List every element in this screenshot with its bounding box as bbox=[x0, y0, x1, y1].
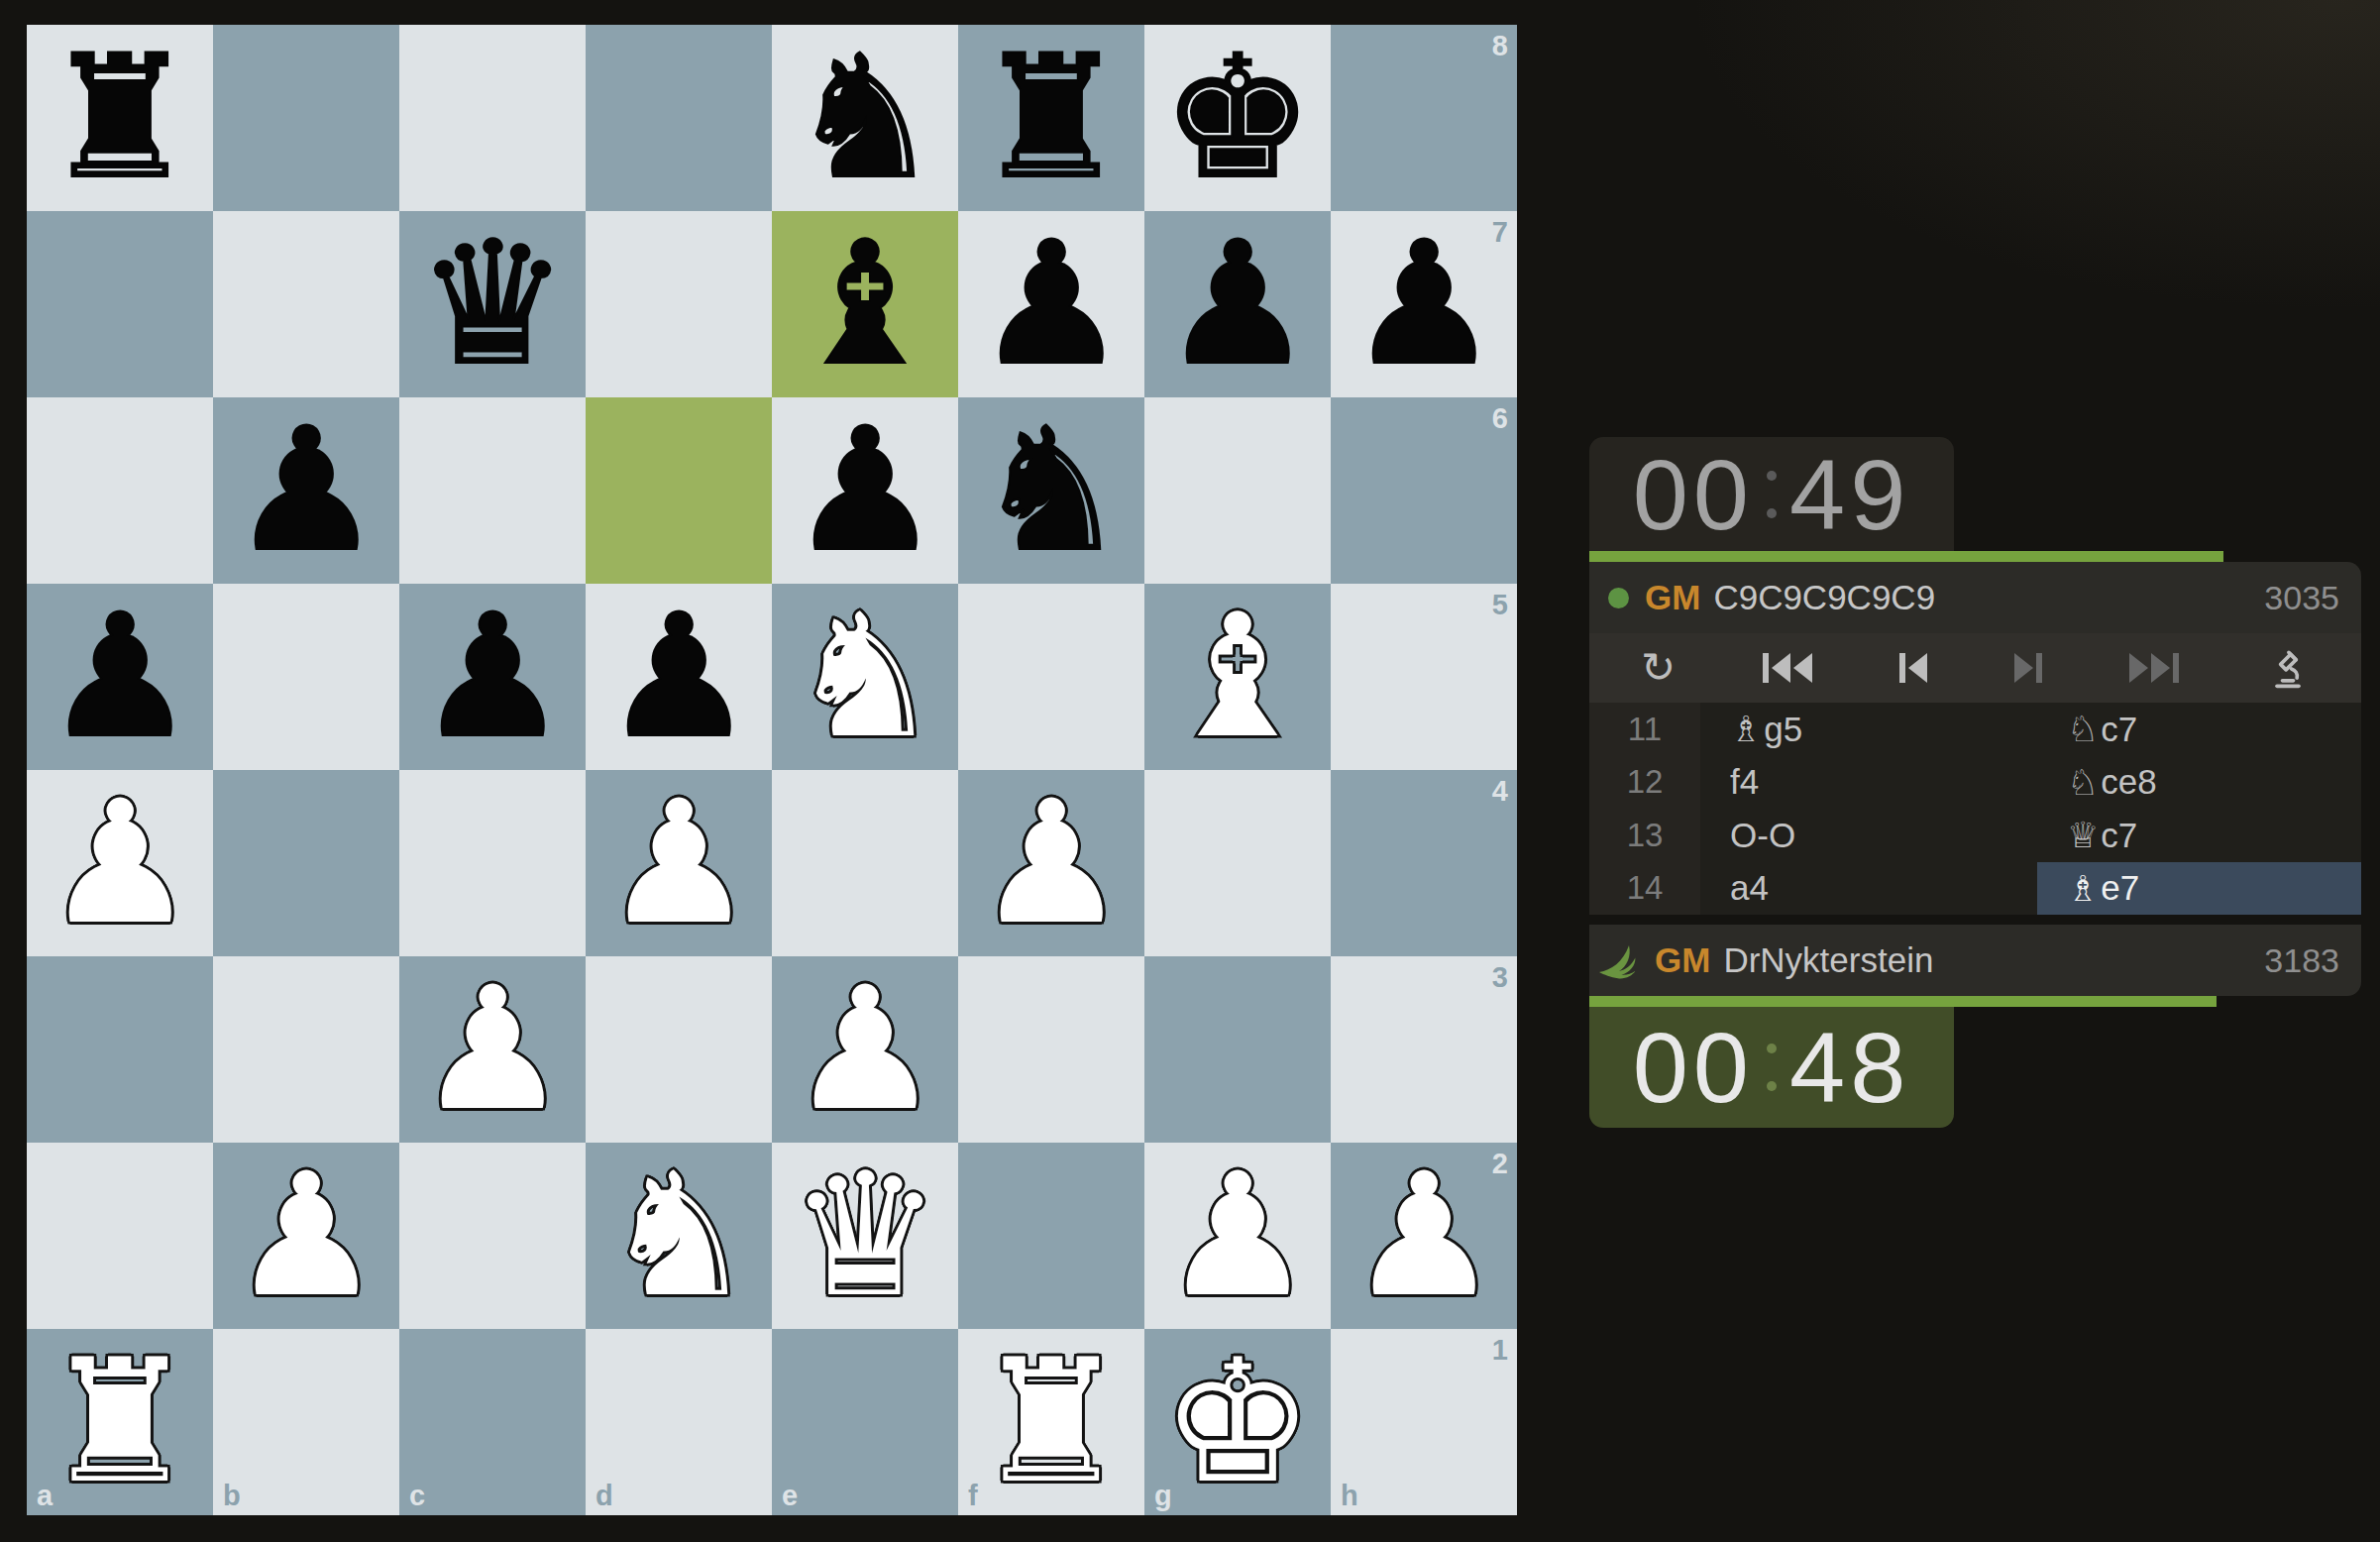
white-pawn-a4[interactable]: ♟ bbox=[27, 770, 213, 956]
top-player-clock: 00 49 bbox=[1589, 437, 1954, 552]
square-f1[interactable]: f♜ bbox=[958, 1329, 1144, 1515]
black-pawn-f7[interactable]: ♟ bbox=[958, 211, 1144, 397]
move-san: c7 bbox=[2101, 710, 2137, 749]
analysis-icon bbox=[2266, 646, 2310, 690]
square-e5[interactable]: ♞ bbox=[772, 584, 958, 770]
square-b8[interactable] bbox=[213, 25, 399, 211]
online-dot-icon bbox=[1608, 588, 1629, 608]
black-knight-f6[interactable]: ♞ bbox=[958, 397, 1144, 584]
move-san: O-O bbox=[1730, 816, 1795, 855]
top-player-time-bar bbox=[1589, 551, 2223, 562]
white-knight-d2[interactable]: ♞ bbox=[586, 1143, 772, 1329]
square-a4[interactable]: ♟ bbox=[27, 770, 213, 956]
move-row-12: 12f4♘ce8 bbox=[1589, 756, 2361, 810]
move-number-11: 11 bbox=[1589, 703, 1700, 756]
square-b2[interactable]: ♟ bbox=[213, 1143, 399, 1329]
black-pawn-g7[interactable]: ♟ bbox=[1144, 211, 1331, 397]
move-11-black[interactable]: ♘c7 bbox=[2037, 703, 2361, 756]
bottom-clock-seconds: 48 bbox=[1789, 1011, 1910, 1125]
bottom-player-name[interactable]: DrNykterstein bbox=[1723, 940, 1933, 980]
square-g5[interactable]: ♝ bbox=[1144, 584, 1331, 770]
square-g7[interactable]: ♟ bbox=[1144, 211, 1331, 397]
rank-label-1: 1 bbox=[1492, 1336, 1508, 1365]
square-g8[interactable]: ♚ bbox=[1144, 25, 1331, 211]
square-a6[interactable] bbox=[27, 397, 213, 584]
square-g2[interactable]: ♟ bbox=[1144, 1143, 1331, 1329]
move-number-14: 14 bbox=[1589, 862, 1700, 916]
next-move-icon bbox=[2014, 653, 2042, 683]
white-pawn-f4[interactable]: ♟ bbox=[958, 770, 1144, 956]
white-queen-e2[interactable]: ♛ bbox=[772, 1143, 958, 1329]
move-13-white[interactable]: O-O bbox=[1700, 809, 2037, 862]
square-d3[interactable] bbox=[586, 956, 772, 1143]
square-b7[interactable] bbox=[213, 211, 399, 397]
square-f8[interactable]: ♜ bbox=[958, 25, 1144, 211]
white-knight-e5[interactable]: ♞ bbox=[772, 584, 958, 770]
white-pawn-d4[interactable]: ♟ bbox=[586, 770, 772, 956]
previous-move-button[interactable] bbox=[1893, 647, 1933, 689]
square-b1[interactable]: b bbox=[213, 1329, 399, 1515]
move-row-13: 13O-O♕c7 bbox=[1589, 809, 2361, 862]
white-pawn-g2[interactable]: ♟ bbox=[1144, 1143, 1331, 1329]
black-pawn-d5[interactable]: ♟ bbox=[586, 584, 772, 770]
first-move-icon bbox=[1763, 653, 1812, 683]
move-san: c7 bbox=[2101, 816, 2137, 855]
square-e6[interactable]: ♟ bbox=[772, 397, 958, 584]
file-label-c: c bbox=[409, 1482, 425, 1510]
white-pawn-h2[interactable]: ♟ bbox=[1331, 1143, 1517, 1329]
square-a3[interactable] bbox=[27, 956, 213, 1143]
square-c6[interactable] bbox=[399, 397, 586, 584]
move-piece-glyph: ♘ bbox=[2067, 709, 2099, 749]
square-e4[interactable] bbox=[772, 770, 958, 956]
square-a5[interactable]: ♟ bbox=[27, 584, 213, 770]
top-clock-seconds: 49 bbox=[1789, 438, 1910, 552]
black-rook-a8[interactable]: ♜ bbox=[27, 25, 213, 211]
move-san: ce8 bbox=[2101, 762, 2156, 802]
move-row-14: 14a4♗e7 bbox=[1589, 862, 2361, 916]
top-player-row[interactable]: GM C9C9C9C9C9 3035 bbox=[1589, 562, 2361, 633]
square-d1[interactable]: d bbox=[586, 1329, 772, 1515]
square-f3[interactable] bbox=[958, 956, 1144, 1143]
white-pawn-e3[interactable]: ♟ bbox=[772, 956, 958, 1143]
move-number-13: 13 bbox=[1589, 809, 1700, 862]
file-label-d: d bbox=[595, 1482, 613, 1510]
black-king-g8[interactable]: ♚ bbox=[1144, 25, 1331, 211]
white-pawn-c3[interactable]: ♟ bbox=[399, 956, 586, 1143]
square-h7[interactable]: 7♟ bbox=[1331, 211, 1517, 397]
white-rook-a1[interactable]: ♜ bbox=[27, 1329, 213, 1515]
move-list: 11♗g5♘c712f4♘ce813O-O♕c714a4♗e7 bbox=[1589, 703, 2361, 915]
first-move-button[interactable] bbox=[1757, 647, 1818, 689]
square-e7[interactable]: ♝ bbox=[772, 211, 958, 397]
rank-label-3: 3 bbox=[1492, 963, 1508, 992]
square-f4[interactable]: ♟ bbox=[958, 770, 1144, 956]
move-piece-glyph: ♗ bbox=[2067, 868, 2099, 909]
square-b6[interactable]: ♟ bbox=[213, 397, 399, 584]
cycle-games-icon: ↻ bbox=[1641, 647, 1676, 689]
square-d8[interactable] bbox=[586, 25, 772, 211]
square-c5[interactable]: ♟ bbox=[399, 584, 586, 770]
square-a8[interactable]: ♜ bbox=[27, 25, 213, 211]
move-11-white[interactable]: ♗g5 bbox=[1700, 703, 2037, 756]
square-d5[interactable]: ♟ bbox=[586, 584, 772, 770]
square-h8[interactable]: 8 bbox=[1331, 25, 1517, 211]
chess-board: ♜♞♜♚8♛♝♟♟7♟♟♟♞6♟♟♟♞♝5♟♟♟4♟♟3♟♞♛♟2♟a♜bcde… bbox=[27, 25, 1517, 1515]
square-h1[interactable]: 1h bbox=[1331, 1329, 1517, 1515]
square-f6[interactable]: ♞ bbox=[958, 397, 1144, 584]
square-h5[interactable]: 5 bbox=[1331, 584, 1517, 770]
black-pawn-a5[interactable]: ♟ bbox=[27, 584, 213, 770]
move-san: e7 bbox=[2101, 868, 2139, 908]
top-clock-time: 00 49 bbox=[1633, 438, 1911, 552]
square-d7[interactable] bbox=[586, 211, 772, 397]
black-knight-e8[interactable]: ♞ bbox=[772, 25, 958, 211]
move-navigation-controls: ↻ bbox=[1589, 633, 2361, 703]
bottom-player-row[interactable]: GM DrNykterstein 3183 bbox=[1589, 925, 2361, 996]
square-b4[interactable] bbox=[213, 770, 399, 956]
clock-colon bbox=[1767, 1044, 1777, 1091]
cycle-games-button[interactable]: ↻ bbox=[1635, 641, 1681, 695]
file-label-h: h bbox=[1341, 1482, 1358, 1510]
square-e3[interactable]: ♟ bbox=[772, 956, 958, 1143]
move-san: a4 bbox=[1730, 868, 1769, 908]
rank-label-6: 6 bbox=[1492, 404, 1508, 433]
square-h3[interactable]: 3 bbox=[1331, 956, 1517, 1143]
square-h4[interactable]: 4 bbox=[1331, 770, 1517, 956]
square-a7[interactable] bbox=[27, 211, 213, 397]
last-move-icon bbox=[2129, 653, 2179, 683]
square-g1[interactable]: g♚ bbox=[1144, 1329, 1331, 1515]
bottom-player-title: GM bbox=[1655, 940, 1710, 980]
square-b3[interactable] bbox=[213, 956, 399, 1143]
rank-label-4: 4 bbox=[1492, 777, 1508, 806]
square-c1[interactable]: c bbox=[399, 1329, 586, 1515]
move-14-white[interactable]: a4 bbox=[1700, 862, 2037, 916]
bottom-player-rating: 3183 bbox=[2264, 941, 2339, 980]
move-san: f4 bbox=[1730, 762, 1759, 802]
square-c3[interactable]: ♟ bbox=[399, 956, 586, 1143]
square-h2[interactable]: 2♟ bbox=[1331, 1143, 1517, 1329]
bottom-clock-time: 00 48 bbox=[1633, 1011, 1911, 1125]
square-g6[interactable] bbox=[1144, 397, 1331, 584]
clock-colon bbox=[1767, 471, 1777, 518]
move-san: g5 bbox=[1764, 710, 1802, 749]
bottom-player-time-bar bbox=[1589, 996, 2217, 1007]
black-bishop-e7[interactable]: ♝ bbox=[772, 211, 958, 397]
square-c2[interactable] bbox=[399, 1143, 586, 1329]
black-pawn-b6[interactable]: ♟ bbox=[213, 397, 399, 584]
square-g3[interactable] bbox=[1144, 956, 1331, 1143]
file-label-b: b bbox=[223, 1482, 241, 1510]
file-label-e: e bbox=[782, 1482, 798, 1510]
square-e1[interactable]: e bbox=[772, 1329, 958, 1515]
square-d4[interactable]: ♟ bbox=[586, 770, 772, 956]
move-14-black[interactable]: ♗e7 bbox=[2037, 862, 2361, 916]
square-a2[interactable] bbox=[27, 1143, 213, 1329]
square-e2[interactable]: ♛ bbox=[772, 1143, 958, 1329]
previous-move-icon bbox=[1899, 653, 1927, 683]
next-move-button[interactable] bbox=[2008, 647, 2048, 689]
square-a1[interactable]: a♜ bbox=[27, 1329, 213, 1515]
move-piece-glyph: ♗ bbox=[1730, 709, 1762, 749]
white-king-g1[interactable]: ♚ bbox=[1144, 1329, 1331, 1515]
patron-wings-icon bbox=[1597, 939, 1645, 981]
move-piece-glyph: ♘ bbox=[2067, 762, 2099, 803]
move-row-11: 11♗g5♘c7 bbox=[1589, 703, 2361, 756]
black-queen-c7[interactable]: ♛ bbox=[399, 211, 586, 397]
white-bishop-g5[interactable]: ♝ bbox=[1144, 584, 1331, 770]
black-pawn-h7[interactable]: ♟ bbox=[1331, 211, 1517, 397]
rank-label-8: 8 bbox=[1492, 32, 1508, 60]
move-13-black[interactable]: ♕c7 bbox=[2037, 809, 2361, 862]
top-player-name[interactable]: C9C9C9C9C9 bbox=[1713, 578, 1935, 617]
square-c7[interactable]: ♛ bbox=[399, 211, 586, 397]
square-c8[interactable] bbox=[399, 25, 586, 211]
square-f2[interactable] bbox=[958, 1143, 1144, 1329]
bottom-player-clock-active: 00 48 bbox=[1589, 1007, 1954, 1128]
square-f7[interactable]: ♟ bbox=[958, 211, 1144, 397]
top-player-rating: 3035 bbox=[2264, 579, 2339, 617]
black-pawn-e6[interactable]: ♟ bbox=[772, 397, 958, 584]
square-d6[interactable] bbox=[586, 397, 772, 584]
square-f5[interactable] bbox=[958, 584, 1144, 770]
move-piece-glyph: ♕ bbox=[2067, 815, 2099, 855]
last-move-button[interactable] bbox=[2123, 647, 2185, 689]
black-pawn-c5[interactable]: ♟ bbox=[399, 584, 586, 770]
top-player-title: GM bbox=[1645, 578, 1700, 617]
rank-label-5: 5 bbox=[1492, 591, 1508, 619]
top-clock-minutes: 00 bbox=[1633, 438, 1754, 552]
square-b5[interactable] bbox=[213, 584, 399, 770]
white-rook-f1[interactable]: ♜ bbox=[958, 1329, 1144, 1515]
analysis-button[interactable] bbox=[2260, 640, 2316, 696]
square-c4[interactable] bbox=[399, 770, 586, 956]
white-pawn-b2[interactable]: ♟ bbox=[213, 1143, 399, 1329]
square-h6[interactable]: 6 bbox=[1331, 397, 1517, 584]
black-rook-f8[interactable]: ♜ bbox=[958, 25, 1144, 211]
square-g4[interactable] bbox=[1144, 770, 1331, 956]
square-d2[interactable]: ♞ bbox=[586, 1143, 772, 1329]
move-12-white[interactable]: f4 bbox=[1700, 756, 2037, 810]
move-12-black[interactable]: ♘ce8 bbox=[2037, 756, 2361, 810]
move-number-12: 12 bbox=[1589, 756, 1700, 810]
square-e8[interactable]: ♞ bbox=[772, 25, 958, 211]
bottom-clock-minutes: 00 bbox=[1633, 1011, 1754, 1125]
